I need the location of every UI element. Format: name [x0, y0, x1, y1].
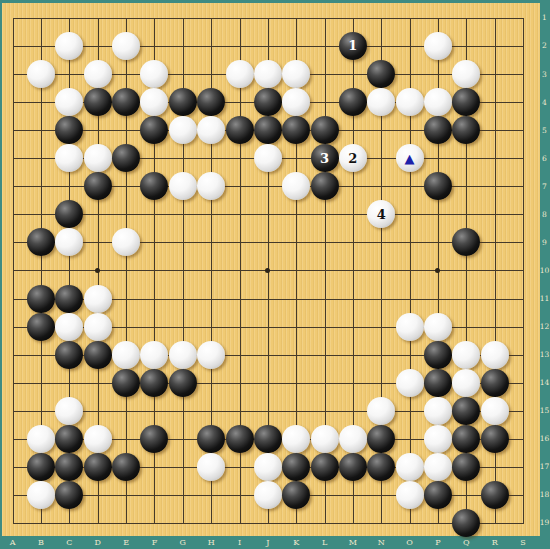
stone-white-O12	[396, 313, 424, 341]
stone-black-M2: 1	[339, 32, 367, 60]
grid-line-vertical	[523, 18, 524, 524]
stone-black-R14	[481, 369, 509, 397]
row-label-11: 11	[539, 294, 550, 303]
move-number-label-4: 4	[377, 208, 386, 221]
stone-white-D3	[84, 60, 112, 88]
stone-black-M17	[339, 453, 367, 481]
stone-white-P2	[424, 32, 452, 60]
stone-black-E17	[112, 453, 140, 481]
triangle-marker-icon: ▲	[405, 151, 415, 164]
stone-black-D13	[84, 341, 112, 369]
stone-white-G13	[169, 341, 197, 369]
stone-white-P16	[424, 425, 452, 453]
stone-white-E13	[112, 341, 140, 369]
stone-white-G5	[169, 116, 197, 144]
column-label-I: I	[230, 537, 250, 549]
stone-white-J18	[254, 481, 282, 509]
stone-black-C16	[55, 425, 83, 453]
column-label-O: O	[400, 537, 420, 549]
stone-black-J4	[254, 88, 282, 116]
stone-white-H17	[197, 453, 225, 481]
stone-white-M6: 2	[339, 144, 367, 172]
stone-black-B11	[27, 285, 55, 313]
stone-white-E2	[112, 32, 140, 60]
stone-white-K3	[282, 60, 310, 88]
stone-white-Q13	[452, 341, 480, 369]
column-label-C: C	[59, 537, 79, 549]
column-label-G: G	[173, 537, 193, 549]
row-label-4: 4	[539, 98, 550, 107]
stone-black-Q17	[452, 453, 480, 481]
stone-black-K17	[282, 453, 310, 481]
stone-black-B17	[27, 453, 55, 481]
stone-white-P15	[424, 397, 452, 425]
stone-black-J5	[254, 116, 282, 144]
column-label-D: D	[88, 537, 108, 549]
row-label-15: 15	[539, 406, 550, 415]
row-label-16: 16	[539, 434, 550, 443]
column-label-B: B	[31, 537, 51, 549]
stone-black-R16	[481, 425, 509, 453]
column-label-E: E	[116, 537, 136, 549]
column-label-Q: Q	[456, 537, 476, 549]
stone-white-K16	[282, 425, 310, 453]
stone-black-P14	[424, 369, 452, 397]
grid-line-horizontal	[13, 523, 524, 524]
move-number-label-3: 3	[320, 152, 329, 165]
stone-white-P17	[424, 453, 452, 481]
stone-black-Q15	[452, 397, 480, 425]
column-label-R: R	[485, 537, 505, 549]
stone-black-L17	[311, 453, 339, 481]
stone-black-J16	[254, 425, 282, 453]
stone-black-N17	[367, 453, 395, 481]
row-label-19: 19	[539, 518, 550, 527]
column-label-P: P	[428, 537, 448, 549]
stone-black-M4	[339, 88, 367, 116]
row-label-6: 6	[539, 154, 550, 163]
stone-white-Q14	[452, 369, 480, 397]
stone-white-F13	[140, 341, 168, 369]
column-label-M: M	[343, 537, 363, 549]
stone-white-G7	[169, 172, 197, 200]
stone-white-O4	[396, 88, 424, 116]
column-label-F: F	[144, 537, 164, 549]
stone-white-D12	[84, 313, 112, 341]
row-label-13: 13	[539, 350, 550, 359]
column-label-H: H	[201, 537, 221, 549]
stone-white-R13	[481, 341, 509, 369]
stone-white-L16	[311, 425, 339, 453]
stone-black-P18	[424, 481, 452, 509]
stone-black-D4	[84, 88, 112, 116]
stone-black-E4	[112, 88, 140, 116]
row-label-17: 17	[539, 462, 550, 471]
stone-black-K18	[282, 481, 310, 509]
stone-white-J17	[254, 453, 282, 481]
stone-black-H16	[197, 425, 225, 453]
stone-white-R15	[481, 397, 509, 425]
stone-white-N15	[367, 397, 395, 425]
stone-black-L6: 3	[311, 144, 339, 172]
stone-white-O17	[396, 453, 424, 481]
column-label-J: J	[258, 537, 278, 549]
stone-white-J3	[254, 60, 282, 88]
stone-black-R18	[481, 481, 509, 509]
column-label-S: S	[513, 537, 533, 549]
row-label-14: 14	[539, 378, 550, 387]
row-label-8: 8	[539, 210, 550, 219]
column-label-K: K	[286, 537, 306, 549]
stone-black-D7	[84, 172, 112, 200]
move-number-label-2: 2	[348, 152, 357, 165]
stone-white-O14	[396, 369, 424, 397]
stone-black-L7	[311, 172, 339, 200]
stone-white-D11	[84, 285, 112, 313]
stone-white-O18	[396, 481, 424, 509]
row-label-5: 5	[539, 126, 550, 135]
stone-black-E14	[112, 369, 140, 397]
stone-black-C13	[55, 341, 83, 369]
column-label-N: N	[371, 537, 391, 549]
column-label-A: A	[3, 537, 23, 549]
stone-black-Q16	[452, 425, 480, 453]
stone-black-G14	[169, 369, 197, 397]
stone-black-D17	[84, 453, 112, 481]
row-label-2: 2	[539, 41, 550, 50]
stone-white-C12	[55, 313, 83, 341]
row-label-10: 10	[539, 266, 550, 275]
stone-black-F14	[140, 369, 168, 397]
stone-black-G4	[169, 88, 197, 116]
row-label-9: 9	[539, 238, 550, 247]
stone-white-I3	[226, 60, 254, 88]
stone-white-H13	[197, 341, 225, 369]
stone-white-O6: ▲	[396, 144, 424, 172]
stone-white-D6	[84, 144, 112, 172]
column-label-L: L	[315, 537, 335, 549]
stone-black-P5	[424, 116, 452, 144]
stone-white-B3	[27, 60, 55, 88]
stone-white-C15	[55, 397, 83, 425]
row-label-3: 3	[539, 70, 550, 79]
stone-white-B18	[27, 481, 55, 509]
go-app-window: 132▲4ABCDEFGHIJKLMNOPQRS1234567891011121…	[0, 0, 550, 549]
stone-white-M16	[339, 425, 367, 453]
row-label-7: 7	[539, 182, 550, 191]
stone-black-I5	[226, 116, 254, 144]
stone-black-C11	[55, 285, 83, 313]
row-label-18: 18	[539, 490, 550, 499]
stone-white-J6	[254, 144, 282, 172]
row-label-1: 1	[539, 13, 550, 22]
stone-black-B12	[27, 313, 55, 341]
stone-white-D16	[84, 425, 112, 453]
stone-black-L5	[311, 116, 339, 144]
row-label-12: 12	[539, 322, 550, 331]
move-number-label-1: 1	[348, 39, 357, 52]
stone-black-P7	[424, 172, 452, 200]
stone-black-N16	[367, 425, 395, 453]
stone-black-I16	[226, 425, 254, 453]
stone-white-P4	[424, 88, 452, 116]
stone-black-P13	[424, 341, 452, 369]
stone-white-B16	[27, 425, 55, 453]
stone-white-P12	[424, 313, 452, 341]
